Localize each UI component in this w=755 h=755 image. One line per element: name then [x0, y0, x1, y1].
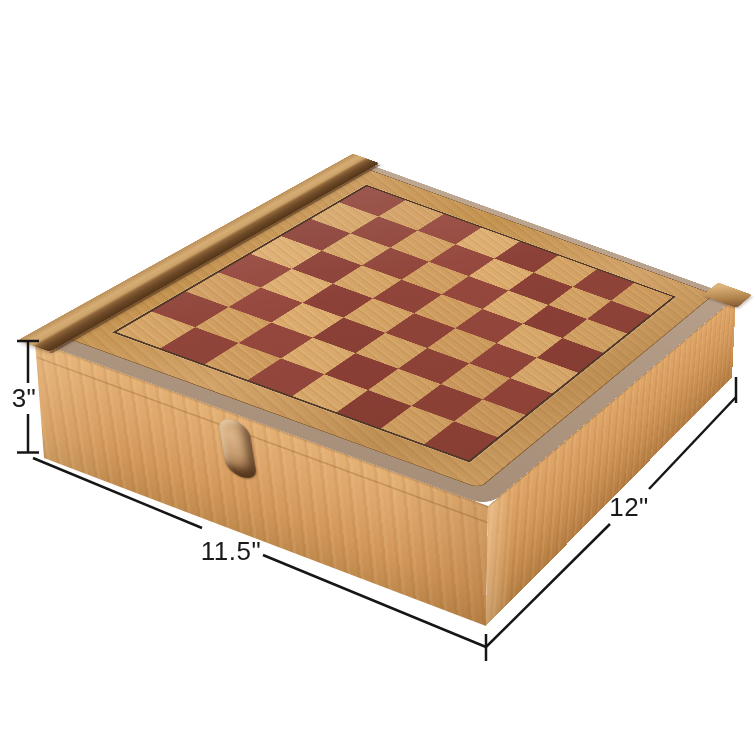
height-dimension-label: 3"	[12, 383, 37, 413]
depth-dimension-label: 12"	[609, 492, 649, 522]
width-dimension-label: 11.5"	[201, 536, 261, 566]
finger-hole	[217, 416, 257, 482]
product-image: 3" 11.5" 12"	[0, 0, 755, 755]
lid-rail-corner-block	[702, 282, 752, 307]
height-dimension: 3"	[12, 341, 39, 453]
